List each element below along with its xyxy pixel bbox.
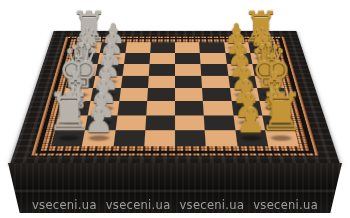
board-square[interactable] <box>124 53 150 64</box>
chess-board: ♜♞♝♛♚♝♞♜♟♟♟♟♟♟♟♟♟♟♟♟♟♟♟♟♜♞♝♛♚♝♞♜ <box>9 31 340 166</box>
board-square[interactable] <box>122 64 149 76</box>
board-square[interactable] <box>175 64 201 76</box>
board-square[interactable] <box>175 115 205 130</box>
board-square[interactable] <box>150 42 175 52</box>
board-square[interactable] <box>204 115 235 130</box>
board-square[interactable] <box>205 130 237 146</box>
board-square[interactable] <box>125 42 151 52</box>
board-square[interactable] <box>149 64 175 76</box>
board-square[interactable] <box>175 42 200 52</box>
playfield: ♜♞♝♛♚♝♞♜♟♟♟♟♟♟♟♟♟♟♟♟♟♟♟♟♜♞♝♛♚♝♞♜ <box>51 42 299 146</box>
watermark-text: vseceni.ua <box>253 198 318 212</box>
board-square[interactable] <box>149 53 175 64</box>
board-square[interactable] <box>201 76 229 88</box>
mosaic-border-outer: ♜♞♝♛♚♝♞♜♟♟♟♟♟♟♟♟♟♟♟♟♟♟♟♟♜♞♝♛♚♝♞♜ <box>31 37 318 156</box>
box-front-face: vseceni.uavseceni.uavseceni.uavseceni.ua <box>8 163 342 213</box>
board-square[interactable] <box>175 88 203 101</box>
board-square[interactable] <box>175 76 202 88</box>
board-square[interactable] <box>117 101 147 115</box>
piece-white-gold-rook[interactable]: ♜ <box>259 87 305 138</box>
product-photo-scene: ♜♞♝♛♚♝♞♜♟♟♟♟♟♟♟♟♟♟♟♟♟♟♟♟♜♞♝♛♚♝♞♜ vseceni… <box>0 0 350 218</box>
mosaic-border-inner: ♜♞♝♛♚♝♞♜♟♟♟♟♟♟♟♟♟♟♟♟♟♟♟♟♜♞♝♛♚♝♞♜ <box>41 39 310 151</box>
board-square[interactable] <box>119 88 148 101</box>
board-square[interactable] <box>175 130 206 146</box>
watermark-text: vseceni.ua <box>180 198 245 212</box>
watermark-row: vseceni.uavseceni.uavseceni.uavseceni.ua <box>8 197 342 212</box>
watermark-text: vseceni.ua <box>32 198 97 212</box>
board-square[interactable] <box>121 76 149 88</box>
board-square[interactable] <box>146 101 175 115</box>
board-square[interactable] <box>202 88 231 101</box>
board-square[interactable] <box>175 101 204 115</box>
board-square[interactable] <box>147 88 175 101</box>
board-square[interactable] <box>199 42 225 52</box>
carved-board-frame: ♜♞♝♛♚♝♞♜♟♟♟♟♟♟♟♟♟♟♟♟♟♟♟♟♜♞♝♛♚♝♞♜ <box>9 31 340 166</box>
board-square[interactable] <box>148 76 175 88</box>
board-square[interactable] <box>113 130 145 146</box>
board-square[interactable] <box>144 130 175 146</box>
frame-groove: ♜♞♝♛♚♝♞♜♟♟♟♟♟♟♟♟♟♟♟♟♟♟♟♟♜♞♝♛♚♝♞♜ <box>35 38 314 154</box>
board-square[interactable] <box>175 53 201 64</box>
board-square[interactable] <box>115 115 146 130</box>
board-square[interactable] <box>203 101 233 115</box>
board-square[interactable] <box>145 115 175 130</box>
board-square[interactable] <box>201 64 228 76</box>
board-square[interactable] <box>200 53 226 64</box>
watermark-text: vseceni.ua <box>106 198 171 212</box>
piece-black-silver-pawn[interactable]: ♟ <box>84 105 114 139</box>
